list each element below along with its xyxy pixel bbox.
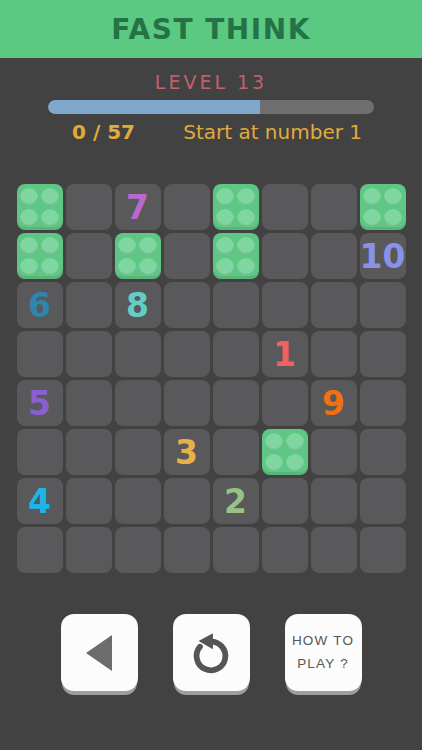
app-header: FAST THINK — [0, 0, 422, 58]
cell-r3c5[interactable] — [213, 282, 259, 328]
cell-r6c1[interactable] — [17, 429, 63, 475]
restart-button[interactable] — [173, 614, 250, 691]
brick-stud — [118, 237, 136, 255]
brick-tile-r2c3[interactable] — [115, 233, 161, 279]
cell-r5c5[interactable] — [213, 380, 259, 426]
number-label-8: 8 — [126, 289, 149, 322]
cell-r5c4[interactable] — [164, 380, 210, 426]
cell-r8c5[interactable] — [213, 527, 259, 573]
cell-r3c1[interactable]: 6 — [17, 282, 63, 328]
brick-stud — [216, 258, 234, 276]
how-to-play-button[interactable]: HOW TO PLAY ? — [285, 614, 362, 691]
brick-stud — [139, 258, 157, 276]
brick-tile-r1c8[interactable] — [360, 184, 406, 230]
cell-r3c8[interactable] — [360, 282, 406, 328]
brick-stud — [20, 188, 38, 206]
cell-r4c6[interactable]: 1 — [262, 331, 308, 377]
status-row: 0 / 57 Start at number 1 — [0, 120, 422, 144]
brick-stud — [384, 188, 402, 206]
brick-stud — [20, 237, 38, 255]
cell-r7c8[interactable] — [360, 478, 406, 524]
brick-stud — [41, 237, 59, 255]
brick-stud — [384, 209, 402, 227]
number-label-1: 1 — [273, 338, 296, 371]
cell-r6c7[interactable] — [311, 429, 357, 475]
cell-r1c6[interactable] — [262, 184, 308, 230]
brick-stud — [237, 188, 255, 206]
brick-tile-r1c1[interactable] — [17, 184, 63, 230]
how-to-play-label: HOW TO PLAY ? — [292, 630, 354, 676]
cell-r7c2[interactable] — [66, 478, 112, 524]
cell-r8c1[interactable] — [17, 527, 63, 573]
brick-stud — [237, 209, 255, 227]
cell-r8c4[interactable] — [164, 527, 210, 573]
back-arrow-icon — [79, 630, 119, 676]
cell-r5c2[interactable] — [66, 380, 112, 426]
cell-r7c3[interactable] — [115, 478, 161, 524]
cell-r4c4[interactable] — [164, 331, 210, 377]
cell-r5c6[interactable] — [262, 380, 308, 426]
controls-bar: HOW TO PLAY ? — [0, 614, 422, 691]
cell-r4c8[interactable] — [360, 331, 406, 377]
brick-stud — [41, 209, 59, 227]
brick-stud — [363, 209, 381, 227]
brick-stud — [41, 258, 59, 276]
cell-r3c7[interactable] — [311, 282, 357, 328]
cell-r7c7[interactable] — [311, 478, 357, 524]
cell-r5c3[interactable] — [115, 380, 161, 426]
cell-r4c2[interactable] — [66, 331, 112, 377]
progress-fill — [48, 100, 260, 114]
number-label-7: 7 — [126, 191, 149, 224]
brick-stud — [286, 433, 304, 451]
cell-r4c1[interactable] — [17, 331, 63, 377]
cell-r6c3[interactable] — [115, 429, 161, 475]
number-label-6: 6 — [28, 289, 51, 322]
cell-r6c4[interactable]: 3 — [164, 429, 210, 475]
brick-stud — [20, 209, 38, 227]
cell-r3c6[interactable] — [262, 282, 308, 328]
number-label-4: 4 — [28, 485, 51, 518]
brick-stud — [237, 258, 255, 276]
cell-r8c8[interactable] — [360, 527, 406, 573]
cell-r4c3[interactable] — [115, 331, 161, 377]
brick-stud — [216, 209, 234, 227]
app-title: FAST THINK — [111, 13, 311, 46]
start-hint: Start at number 1 — [183, 120, 362, 144]
number-label-5: 5 — [28, 387, 51, 420]
cell-r7c1[interactable]: 4 — [17, 478, 63, 524]
brick-stud — [363, 188, 381, 206]
brick-stud — [41, 188, 59, 206]
cell-r2c4[interactable] — [164, 233, 210, 279]
cell-r3c2[interactable] — [66, 282, 112, 328]
brick-tile-r1c5[interactable] — [213, 184, 259, 230]
brick-tile-r6c6[interactable] — [262, 429, 308, 475]
brick-stud — [139, 237, 157, 255]
brick-tile-r2c5[interactable] — [213, 233, 259, 279]
cell-r3c3[interactable]: 8 — [115, 282, 161, 328]
cell-r7c5[interactable]: 2 — [213, 478, 259, 524]
progress-bar — [48, 100, 374, 114]
brick-stud — [237, 237, 255, 255]
brick-stud — [265, 433, 283, 451]
board: 71068159342 — [17, 184, 406, 573]
number-label-9: 9 — [322, 387, 345, 420]
cell-r6c8[interactable] — [360, 429, 406, 475]
level-label: LEVEL 13 — [0, 71, 422, 93]
cell-r2c6[interactable] — [262, 233, 308, 279]
number-label-3: 3 — [175, 436, 198, 469]
brick-stud — [20, 258, 38, 276]
cell-r6c2[interactable] — [66, 429, 112, 475]
cell-r8c7[interactable] — [311, 527, 357, 573]
back-button[interactable] — [61, 614, 138, 691]
cell-r5c8[interactable] — [360, 380, 406, 426]
score-counter: 0 / 57 — [72, 120, 135, 144]
cell-r8c2[interactable] — [66, 527, 112, 573]
app-page: FAST THINK LEVEL 13 0 / 57 Start at numb… — [0, 0, 422, 750]
cell-r2c8[interactable]: 10 — [360, 233, 406, 279]
cell-r8c3[interactable] — [115, 527, 161, 573]
brick-stud — [216, 237, 234, 255]
cell-r1c3[interactable]: 7 — [115, 184, 161, 230]
cell-r1c4[interactable] — [164, 184, 210, 230]
brick-stud — [265, 454, 283, 472]
number-label-10: 10 — [360, 240, 406, 273]
cell-r4c5[interactable] — [213, 331, 259, 377]
brick-stud — [118, 258, 136, 276]
cell-r7c4[interactable] — [164, 478, 210, 524]
number-label-2: 2 — [224, 485, 247, 518]
brick-stud — [286, 454, 304, 472]
cell-r1c2[interactable] — [66, 184, 112, 230]
cell-r4c7[interactable] — [311, 331, 357, 377]
cell-r2c7[interactable] — [311, 233, 357, 279]
restart-icon — [188, 630, 234, 676]
cell-r5c7[interactable]: 9 — [311, 380, 357, 426]
cell-r2c2[interactable] — [66, 233, 112, 279]
cell-r5c1[interactable]: 5 — [17, 380, 63, 426]
cell-r1c7[interactable] — [311, 184, 357, 230]
cell-r8c6[interactable] — [262, 527, 308, 573]
brick-tile-r2c1[interactable] — [17, 233, 63, 279]
cell-r3c4[interactable] — [164, 282, 210, 328]
brick-stud — [216, 188, 234, 206]
cell-r6c5[interactable] — [213, 429, 259, 475]
cell-r7c6[interactable] — [262, 478, 308, 524]
